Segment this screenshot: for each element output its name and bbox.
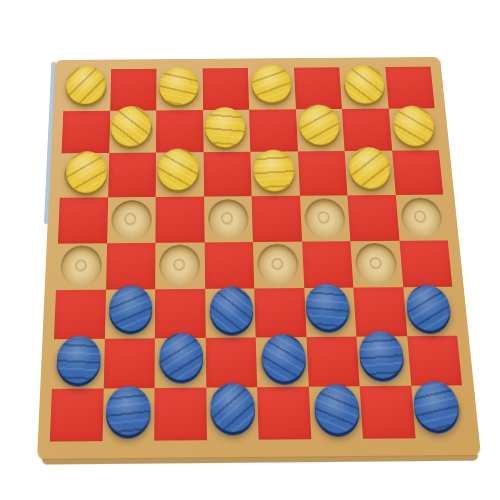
square-d2 [205,337,257,388]
square-c1 [154,388,206,441]
divot [303,198,346,238]
yellow-piece[interactable] [159,66,199,105]
divot [159,245,201,287]
yellow-piece[interactable] [205,107,246,147]
square-h7[interactable] [388,108,439,151]
board-side-edge-left [44,62,56,224]
square-c2[interactable] [155,338,206,389]
square-d5[interactable] [204,196,253,242]
yellow-piece[interactable] [253,150,295,192]
square-f4 [302,241,354,288]
square-g2[interactable] [356,336,410,387]
square-c8[interactable] [156,68,202,110]
square-d1[interactable] [206,388,259,441]
square-e4[interactable] [253,241,304,288]
square-b2 [103,338,155,389]
square-d4 [204,242,254,289]
square-e3 [254,288,306,337]
square-e2[interactable] [256,337,309,388]
divot [257,244,300,286]
board-grid [50,67,467,442]
square-a8[interactable] [63,69,110,111]
square-e6[interactable] [250,152,299,196]
square-f7[interactable] [295,109,344,152]
yellow-piece[interactable] [251,64,292,103]
square-e7 [249,109,297,152]
square-g4[interactable] [350,240,403,287]
square-a4[interactable] [56,243,107,290]
square-h5[interactable] [395,194,447,240]
square-h3[interactable] [403,287,457,336]
square-g7 [342,108,392,151]
square-e5 [252,196,302,242]
square-b3[interactable] [104,289,155,338]
yellow-piece[interactable] [65,151,107,193]
blue-piece[interactable] [405,285,452,331]
square-h1[interactable] [411,386,467,439]
divot [60,246,103,288]
square-c4[interactable] [155,242,205,289]
square-c6[interactable] [156,152,204,196]
square-f2 [306,336,360,387]
square-e1 [257,387,311,440]
square-g1 [360,386,415,439]
square-h6 [392,150,443,194]
square-d6 [203,152,251,196]
divot [399,197,443,237]
divot [111,200,152,240]
square-g8[interactable] [339,67,388,109]
square-b7[interactable] [109,110,156,153]
square-g3 [353,287,406,336]
square-b4 [106,242,156,289]
square-g6[interactable] [345,151,396,195]
square-h8 [385,67,435,109]
square-a2[interactable] [52,339,105,390]
square-d8 [202,68,249,110]
square-d7[interactable] [203,109,251,152]
blue-piece[interactable] [261,334,306,382]
square-f8 [294,67,342,109]
square-a5 [58,197,108,243]
divot [208,199,249,239]
blue-piece[interactable] [210,286,254,332]
photo-background [0,0,500,500]
square-a3 [54,290,106,339]
square-d3[interactable] [205,289,256,338]
square-f3[interactable] [304,288,357,337]
square-e8[interactable] [248,68,296,110]
square-g5 [347,195,399,241]
square-h2 [407,335,462,386]
square-a1 [50,389,103,442]
square-b8 [110,69,157,111]
yellow-piece[interactable] [299,105,341,145]
square-f6 [297,151,347,195]
board-side-edge-bottom [42,455,479,465]
blue-piece[interactable] [412,381,461,430]
square-b5[interactable] [107,197,156,243]
checkers-board [37,57,481,460]
blue-piece[interactable] [210,383,255,432]
square-c3 [155,289,205,338]
square-a6[interactable] [60,153,109,197]
square-f1[interactable] [308,387,363,440]
square-c5 [155,196,204,242]
square-a7 [62,110,110,153]
divot [354,243,398,285]
square-b6 [108,153,156,197]
square-b1[interactable] [102,388,155,441]
square-h4 [399,240,452,287]
square-f5[interactable] [300,195,351,241]
blue-piece[interactable] [159,333,203,381]
yellow-piece[interactable] [157,148,198,190]
square-c7 [156,110,203,153]
